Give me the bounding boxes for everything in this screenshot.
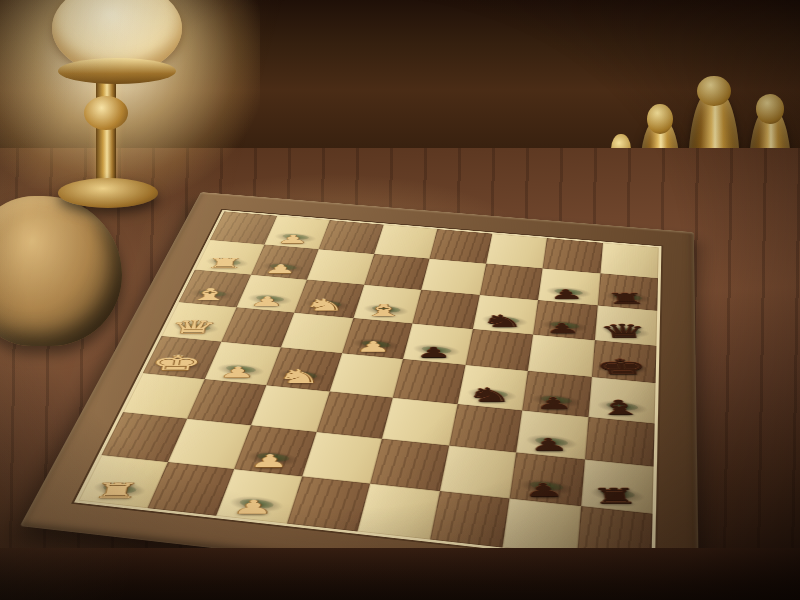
black-pawn-f7[interactable]: ♟ [516,436,583,453]
square-h5[interactable] [357,483,439,539]
white-pawn-c2[interactable]: ♟ [238,295,296,308]
white-knight-c3[interactable]: ♞ [296,297,354,313]
brass-figurine-head [647,104,673,134]
square-g6[interactable] [439,446,516,499]
chess-photo-scene: ♟♜♟♟♜♝♟♞♝♞♟♛♛♟♟♚♚♟♞♞♟♝♟♟♟♜♜♟ [0,0,800,600]
square-c6[interactable]: ♞ [472,295,538,334]
white-bishop-c1[interactable]: ♝ [180,286,239,302]
brass-figurine-head [697,76,730,106]
brass-figurine-head [756,94,784,124]
square-b6[interactable] [479,263,542,300]
square-b3[interactable] [307,249,374,285]
square-a4[interactable] [374,225,437,259]
table-front-edge [0,548,800,600]
white-bishop-c4[interactable]: ♝ [354,302,412,318]
white-pawn-g3[interactable]: ♟ [236,452,304,469]
square-d8[interactable]: ♚ [591,340,656,383]
white-pawn-e2[interactable]: ♟ [206,365,269,380]
square-e4[interactable] [329,353,403,397]
white-pawn-d4[interactable]: ♟ [343,340,403,354]
white-pawn-a2[interactable]: ♟ [265,233,320,244]
black-pawn-g7[interactable]: ♟ [510,481,580,499]
square-b4[interactable] [364,254,430,290]
lamp-knob [84,96,128,130]
square-f6[interactable] [449,404,523,453]
square-e5[interactable] [393,359,465,404]
black-bishop-e8[interactable]: ♝ [586,398,653,418]
square-c5[interactable] [412,290,479,329]
square-d6[interactable] [465,329,533,371]
white-pawn-b2[interactable]: ♟ [252,263,308,275]
black-pawn-c7[interactable]: ♟ [533,321,593,335]
black-knight-e6[interactable]: ♞ [458,385,522,404]
square-c8[interactable]: ♛ [594,305,657,345]
square-a3[interactable] [319,220,384,254]
lamp-rim [58,58,176,84]
square-b8[interactable]: ♜ [597,273,658,311]
square-g5[interactable] [370,439,448,491]
square-e8[interactable]: ♝ [588,377,656,423]
square-b5[interactable] [421,258,486,294]
chessboard-3d-wrapper: ♟♜♟♟♜♝♟♞♝♞♟♛♛♟♟♚♚♟♞♞♟♝♟♟♟♜♜♟ [58,142,748,582]
square-a7[interactable] [543,238,603,273]
maple-inlay-border: ♟♜♟♟♜♝♟♞♝♞♟♛♛♟♟♚♚♟♞♞♟♝♟♟♟♜♜♟ [74,210,661,567]
black-queen-c8[interactable]: ♛ [592,322,654,341]
square-d7[interactable] [528,334,595,377]
square-h4[interactable] [286,476,370,532]
board-grid: ♟♜♟♟♜♝♟♞♝♞♟♛♛♟♟♚♚♟♞♞♟♝♟♟♟♜♜♟ [79,211,659,564]
square-g4[interactable] [302,432,382,483]
square-d3[interactable] [281,312,353,353]
square-c7[interactable]: ♟ [533,300,597,340]
chessboard: ♟♜♟♟♜♝♟♞♝♞♟♛♛♟♟♚♚♟♞♞♟♝♟♟♟♜♜♟ [20,192,699,600]
black-pawn-e7[interactable]: ♟ [522,395,587,411]
square-f7[interactable]: ♟ [516,410,588,459]
white-pawn-h3[interactable]: ♟ [218,498,289,517]
square-e7[interactable]: ♟ [522,371,591,417]
white-rook-h1[interactable]: ♜ [80,480,153,501]
square-g8[interactable]: ♜ [581,459,654,513]
square-e6[interactable]: ♞ [457,365,528,410]
black-rook-b8[interactable]: ♜ [596,291,656,306]
square-d4[interactable]: ♟ [342,318,413,359]
square-d5[interactable]: ♟ [403,323,472,365]
square-b7[interactable]: ♟ [538,268,600,305]
square-a5[interactable] [430,229,492,263]
black-pawn-b7[interactable]: ♟ [538,288,596,301]
square-c3[interactable]: ♞ [294,280,363,318]
black-knight-c6[interactable]: ♞ [473,312,532,329]
square-g7[interactable]: ♟ [510,452,585,505]
square-a6[interactable] [486,234,547,269]
square-f8[interactable] [584,417,654,467]
white-rook-b1[interactable]: ♜ [196,256,253,270]
walnut-board-frame: ♟♜♟♟♜♝♟♞♝♞♟♛♛♟♟♚♚♟♞♞♟♝♟♟♟♜♜♟ [20,192,699,600]
black-rook-g8[interactable]: ♜ [579,485,651,506]
square-c4[interactable]: ♝ [353,285,421,324]
white-knight-e3[interactable]: ♞ [268,367,331,386]
square-h6[interactable] [430,491,510,548]
square-f4[interactable] [316,391,393,439]
white-king-e1[interactable]: ♚ [144,352,209,373]
black-pawn-d5[interactable]: ♟ [404,345,464,359]
square-a8[interactable] [600,243,659,278]
square-f5[interactable] [382,397,457,445]
white-queen-d1[interactable]: ♛ [163,318,225,337]
black-king-d8[interactable]: ♚ [589,356,654,377]
